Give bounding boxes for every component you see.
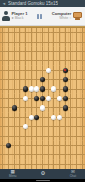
player-left: Player 1 ● Black [2, 11, 28, 21]
board-cell[interactable] [79, 103, 85, 112]
gomoku-board[interactable] [0, 28, 85, 169]
board-cell[interactable] [79, 28, 85, 37]
computer-icon [73, 12, 83, 21]
app-screen: ◄ Standard Gomoku 15x15 Player 1 ● Black… [0, 0, 85, 182]
app-title: Standard Gomoku 15x15 [8, 0, 58, 7]
player-bar: Player 1 ● Black Computer White ○ [0, 7, 85, 26]
board-cell[interactable] [79, 150, 85, 159]
pause-button[interactable] [37, 14, 43, 19]
player-left-sub: ● Black [12, 16, 28, 21]
board-cell[interactable] [79, 122, 85, 131]
board-cell[interactable] [79, 113, 85, 122]
board-cell[interactable] [79, 47, 85, 56]
player-right: Computer White ○ [52, 11, 83, 21]
menu-button[interactable]: ▦ Menu [9, 170, 17, 178]
bottom-toolbar: ▦ Menu ⚙ ✉ Chat [0, 169, 85, 179]
player-right-sub: White ○ [52, 16, 72, 21]
chat-button[interactable]: ✉ Chat [70, 170, 76, 178]
board-cell[interactable] [79, 37, 85, 46]
gesture-bar[interactable] [0, 179, 85, 182]
back-icon[interactable]: ◄ [2, 0, 6, 7]
board-cell[interactable] [79, 75, 85, 84]
board-cell[interactable] [79, 160, 85, 169]
board-cell[interactable] [79, 56, 85, 65]
gear-icon: ⚙ [41, 171, 46, 177]
board-cell[interactable] [79, 94, 85, 103]
board-cell[interactable] [79, 131, 85, 140]
board-cell[interactable] [79, 84, 85, 93]
menu-label: Menu [9, 175, 17, 178]
chat-label: Chat [70, 175, 76, 178]
board-cell[interactable] [79, 141, 85, 150]
player-avatar-icon [2, 11, 10, 21]
board-cell[interactable] [79, 66, 85, 75]
title-bar: ◄ Standard Gomoku 15x15 [0, 0, 85, 7]
settings-button[interactable]: ⚙ [41, 171, 46, 177]
